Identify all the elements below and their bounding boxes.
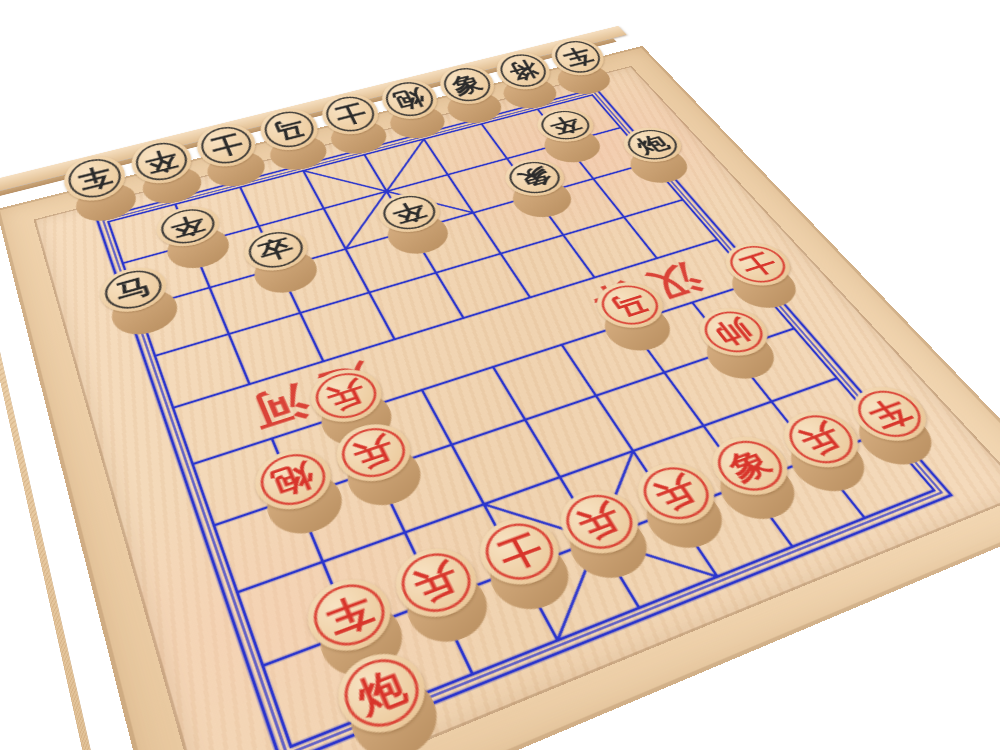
product-photo-stage: 楚河 汉界 车卒士马士炮象将车卒马卒卒卒象炮士马帅兵兵炮车兵士兵兵象兵车炮 [0,0,1000,750]
xiangqi-box: 楚河 汉界 车卒士马士炮象将车卒马卒卒卒象炮士马帅兵兵炮车兵士兵兵象兵车炮 [33,66,1000,750]
lid-notch [593,692,611,706]
scene: 楚河 汉界 车卒士马士炮象将车卒马卒卒卒象炮士马帅兵兵炮车兵士兵兵象兵车炮 [0,0,1000,750]
piece-character: 车 [75,163,114,194]
